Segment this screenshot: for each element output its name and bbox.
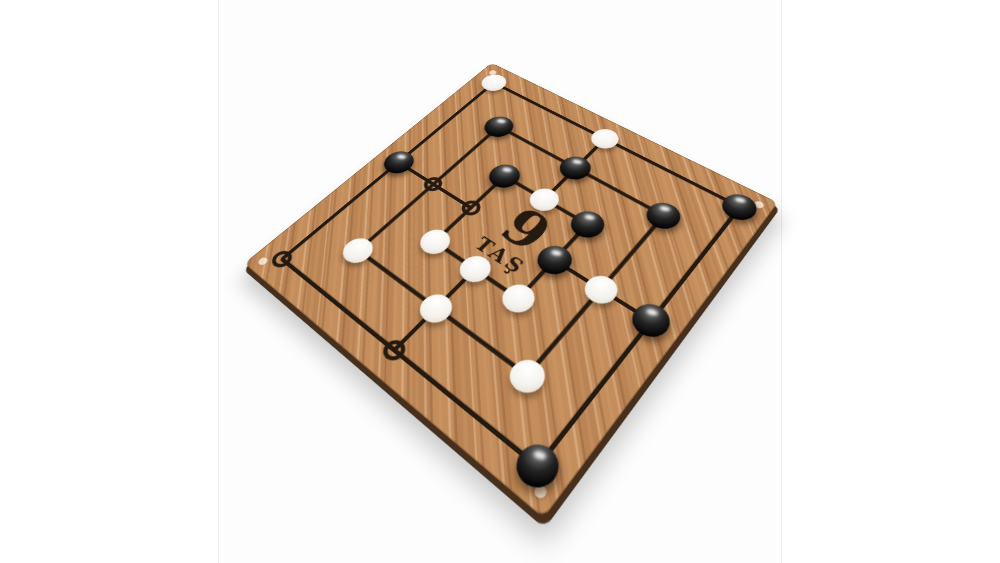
- product-photo-page: { "game": "nine-mens-morris", "game_titl…: [0, 0, 1000, 563]
- black-piece: [564, 206, 610, 243]
- black-piece: [377, 147, 419, 178]
- empty-point-ring: [379, 336, 411, 365]
- black-piece: [508, 437, 567, 497]
- point-g1[interactable]: [489, 419, 586, 518]
- white-piece: [337, 234, 379, 268]
- point-b6[interactable]: [466, 104, 533, 151]
- point-f6[interactable]: [625, 187, 701, 247]
- black-piece: [483, 160, 526, 192]
- point-a7[interactable]: [463, 63, 526, 104]
- point-g7[interactable]: [702, 178, 778, 237]
- board-tilt-wrapper: 9 TAŞ: [301, 23, 722, 444]
- white-piece: [503, 353, 552, 399]
- white-piece: [496, 280, 541, 319]
- empty-point-ring: [420, 175, 446, 195]
- white-piece: [414, 289, 459, 329]
- black-piece: [717, 189, 763, 225]
- point-b2[interactable]: [320, 220, 396, 282]
- white-piece: [477, 72, 512, 95]
- black-piece: [640, 198, 686, 234]
- empty-point-ring: [457, 197, 484, 218]
- white-piece: [586, 126, 624, 153]
- morris-board: 9 TAŞ: [244, 63, 778, 519]
- white-piece: [578, 270, 623, 309]
- white-piece: [524, 184, 565, 215]
- empty-point-ring: [268, 248, 296, 271]
- white-piece: [453, 251, 497, 287]
- product-photo: 9 TAŞ: [218, 0, 782, 563]
- black-piece: [530, 241, 578, 281]
- board-grid: [244, 63, 778, 519]
- point-f2[interactable]: [483, 335, 572, 418]
- white-piece: [414, 225, 456, 259]
- black-piece: [479, 113, 520, 141]
- point-a1[interactable]: [244, 229, 320, 292]
- black-piece: [554, 152, 597, 184]
- black-piece: [625, 298, 677, 344]
